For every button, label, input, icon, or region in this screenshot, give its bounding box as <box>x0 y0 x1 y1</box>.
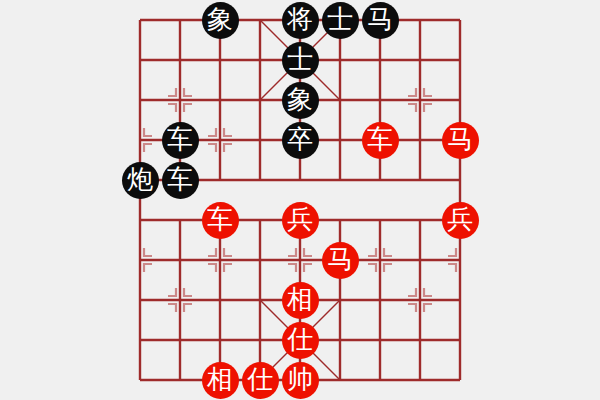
black-soldier[interactable]: 卒 <box>282 122 319 159</box>
red-advisor[interactable]: 仕 <box>282 322 319 359</box>
black-elephant[interactable]: 象 <box>202 2 239 39</box>
black-general[interactable]: 将 <box>282 2 319 39</box>
red-soldier[interactable]: 兵 <box>442 202 479 239</box>
red-horse[interactable]: 马 <box>442 122 479 159</box>
red-elephant[interactable]: 相 <box>202 362 239 399</box>
black-horse[interactable]: 马 <box>362 2 399 39</box>
pieces-grid: 象将士马士象车卒炮车车马车兵兵马相仕相仕帅 <box>120 0 480 400</box>
black-chariot[interactable]: 车 <box>162 162 199 199</box>
red-elephant[interactable]: 相 <box>282 282 319 319</box>
black-advisor[interactable]: 士 <box>282 42 319 79</box>
black-elephant[interactable]: 象 <box>282 82 319 119</box>
red-chariot[interactable]: 车 <box>362 122 399 159</box>
red-chariot[interactable]: 车 <box>202 202 239 239</box>
red-soldier[interactable]: 兵 <box>282 202 319 239</box>
red-general[interactable]: 帅 <box>282 362 319 399</box>
red-horse[interactable]: 马 <box>322 242 359 279</box>
black-cannon[interactable]: 炮 <box>122 162 159 199</box>
red-advisor[interactable]: 仕 <box>242 362 279 399</box>
black-advisor[interactable]: 士 <box>322 2 359 39</box>
xiangqi-app: 象将士马士象车卒炮车车马车兵兵马相仕相仕帅 <box>0 0 600 400</box>
black-chariot[interactable]: 车 <box>162 122 199 159</box>
